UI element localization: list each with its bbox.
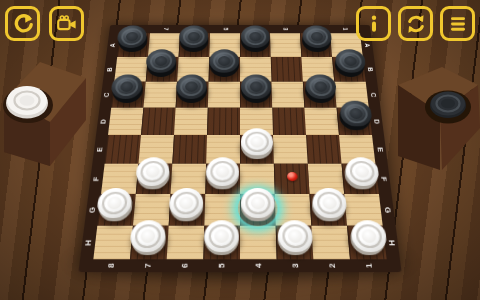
coord-label-E: E xyxy=(96,147,105,152)
black-piece[interactable] xyxy=(177,82,208,106)
coord-label-H: H xyxy=(386,239,395,245)
restart-button[interactable] xyxy=(5,6,40,41)
coord-label-B: B xyxy=(366,67,374,71)
white-piece[interactable] xyxy=(137,165,171,193)
coord-label-1: 1 xyxy=(341,28,349,31)
square-F3[interactable] xyxy=(274,164,310,194)
white-piece[interactable] xyxy=(348,227,385,259)
white-piece[interactable] xyxy=(241,136,273,163)
square-B5[interactable] xyxy=(209,57,240,82)
new-game-button[interactable] xyxy=(398,6,433,41)
square-D6[interactable] xyxy=(174,108,208,135)
white-piece-selected[interactable] xyxy=(241,195,275,225)
coord-label-D: D xyxy=(99,119,107,124)
square-D3[interactable] xyxy=(272,108,306,135)
coord-label-F: F xyxy=(92,176,101,180)
black-piece[interactable] xyxy=(210,58,240,81)
square-G6[interactable] xyxy=(169,194,206,226)
white-piece[interactable] xyxy=(311,195,346,225)
square-H3[interactable] xyxy=(276,226,314,260)
square-D8[interactable] xyxy=(108,108,143,135)
move-hint-dot[interactable] xyxy=(286,172,297,181)
coord-label-5: 5 xyxy=(221,28,228,31)
square-H6[interactable] xyxy=(167,226,205,260)
coord-label-E: E xyxy=(375,147,384,152)
toolbar-left xyxy=(5,6,84,41)
white-piece[interactable] xyxy=(131,227,167,259)
square-D2[interactable] xyxy=(304,108,339,135)
coord-label-H: H xyxy=(84,239,93,245)
restart-icon xyxy=(12,13,34,35)
black-piece-tray xyxy=(396,58,480,176)
refresh-icon xyxy=(405,13,427,35)
square-D5[interactable] xyxy=(207,108,240,135)
square-C3[interactable] xyxy=(271,82,304,108)
square-A2[interactable] xyxy=(300,33,332,57)
black-piece[interactable] xyxy=(241,34,270,56)
coord-label-6: 6 xyxy=(180,263,189,268)
square-C7[interactable] xyxy=(143,82,177,108)
square-A8[interactable] xyxy=(117,33,150,57)
square-E3[interactable] xyxy=(273,135,308,164)
square-A3[interactable] xyxy=(270,33,301,57)
white-piece[interactable] xyxy=(343,165,378,193)
square-B7[interactable] xyxy=(146,57,179,82)
video-camera-icon xyxy=(56,13,78,35)
square-H2[interactable] xyxy=(311,226,350,260)
coord-label-2: 2 xyxy=(327,263,336,268)
coord-label-F: F xyxy=(379,176,388,180)
square-H1[interactable] xyxy=(347,226,387,260)
square-C4[interactable] xyxy=(240,82,272,108)
square-F7[interactable] xyxy=(136,164,173,194)
coord-label-A: A xyxy=(109,43,117,47)
menu-button[interactable] xyxy=(440,6,475,41)
white-piece[interactable] xyxy=(170,195,204,225)
white-piece[interactable] xyxy=(277,227,312,259)
square-B3[interactable] xyxy=(271,57,303,82)
black-piece[interactable] xyxy=(301,34,331,56)
square-A6[interactable] xyxy=(179,33,210,57)
square-B1[interactable] xyxy=(332,57,366,82)
menu-icon xyxy=(447,13,469,35)
black-piece[interactable] xyxy=(304,82,336,106)
black-piece[interactable] xyxy=(147,58,178,81)
square-F1[interactable] xyxy=(342,164,379,194)
coord-label-7: 7 xyxy=(143,263,152,268)
coord-label-5: 5 xyxy=(217,263,226,268)
square-H4[interactable] xyxy=(240,226,277,260)
black-piece[interactable] xyxy=(333,58,365,81)
toolbar-right xyxy=(356,6,475,41)
square-G8[interactable] xyxy=(97,194,135,226)
board-frame: AABBCCDDEEFFGGHH8877665544332211 xyxy=(78,25,401,272)
coord-label-C: C xyxy=(369,92,377,97)
coord-label-3: 3 xyxy=(291,263,300,268)
black-piece[interactable] xyxy=(180,34,209,56)
coord-label-4: 4 xyxy=(254,263,263,268)
black-piece[interactable] xyxy=(241,82,271,106)
white-piece[interactable] xyxy=(99,195,135,225)
square-F5[interactable] xyxy=(205,164,240,194)
square-C8[interactable] xyxy=(111,82,145,108)
info-button[interactable] xyxy=(356,6,391,41)
square-C2[interactable] xyxy=(303,82,337,108)
white-piece[interactable] xyxy=(204,227,238,259)
white-piece-tray xyxy=(0,56,88,172)
coord-label-A: A xyxy=(363,43,371,47)
square-E6[interactable] xyxy=(172,135,207,164)
coord-label-B: B xyxy=(106,67,114,71)
square-H5[interactable] xyxy=(203,226,240,260)
coord-label-7: 7 xyxy=(162,28,169,31)
coord-label-1: 1 xyxy=(364,263,373,268)
square-A4[interactable] xyxy=(240,33,271,57)
square-D7[interactable] xyxy=(141,108,176,135)
board-scene: AABBCCDDEEFFGGHH8877665544332211 xyxy=(78,25,401,272)
coord-label-D: D xyxy=(372,119,380,124)
black-piece[interactable] xyxy=(112,82,144,106)
square-E8[interactable] xyxy=(105,135,141,164)
square-D1[interactable] xyxy=(337,108,372,135)
square-H8[interactable] xyxy=(93,226,133,260)
black-piece[interactable] xyxy=(338,109,371,135)
coord-label-G: G xyxy=(383,207,392,213)
checkers-board xyxy=(93,33,386,259)
square-G2[interactable] xyxy=(309,194,347,226)
black-piece[interactable] xyxy=(118,34,149,56)
square-H7[interactable] xyxy=(130,226,169,260)
coord-label-8: 8 xyxy=(106,263,115,268)
record-button[interactable] xyxy=(49,6,84,41)
square-E2[interactable] xyxy=(306,135,342,164)
coord-label-3: 3 xyxy=(281,28,288,31)
coord-label-G: G xyxy=(88,207,97,213)
white-piece[interactable] xyxy=(206,165,239,193)
square-G4[interactable] xyxy=(240,194,276,226)
square-C6[interactable] xyxy=(176,82,209,108)
square-E4[interactable] xyxy=(240,135,274,164)
square-C5[interactable] xyxy=(208,82,240,108)
coord-label-C: C xyxy=(103,92,111,97)
info-icon xyxy=(363,13,385,35)
